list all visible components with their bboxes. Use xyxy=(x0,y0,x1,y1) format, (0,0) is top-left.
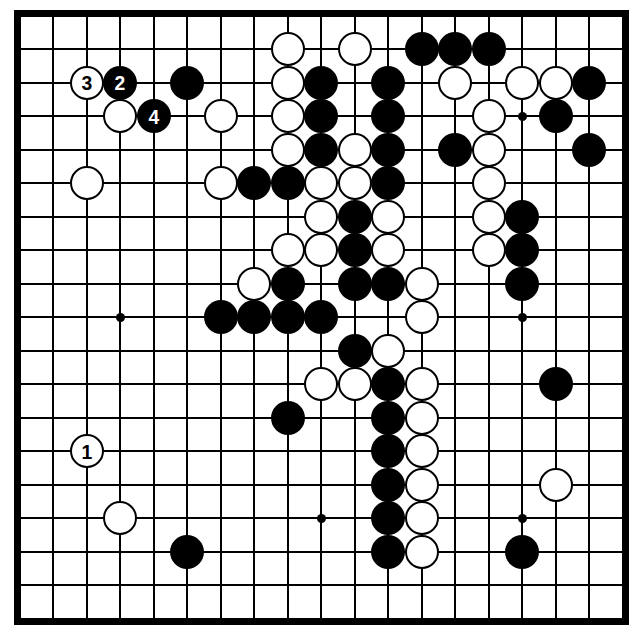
white-stone[interactable] xyxy=(304,166,338,200)
black-stone[interactable] xyxy=(304,99,338,133)
grid-line-vertical xyxy=(622,15,624,620)
black-stone[interactable] xyxy=(371,267,405,301)
black-stone[interactable] xyxy=(438,133,472,167)
white-stone[interactable] xyxy=(103,99,137,133)
white-stone[interactable] xyxy=(271,99,305,133)
black-stone[interactable] xyxy=(304,66,338,100)
white-stone[interactable] xyxy=(271,66,305,100)
grid-line-horizontal xyxy=(19,350,624,352)
white-stone[interactable] xyxy=(405,367,439,401)
go-board[interactable]: 3241 xyxy=(0,0,640,640)
star-point xyxy=(518,313,527,322)
white-stone[interactable] xyxy=(204,166,238,200)
white-stone[interactable]: 1 xyxy=(70,434,104,468)
black-stone[interactable] xyxy=(505,535,539,569)
grid-line-horizontal xyxy=(19,584,624,586)
star-point xyxy=(317,514,326,523)
grid-line-horizontal xyxy=(19,417,624,419)
black-stone[interactable] xyxy=(170,66,204,100)
black-stone[interactable] xyxy=(271,401,305,435)
white-stone[interactable] xyxy=(204,99,238,133)
black-stone[interactable] xyxy=(237,300,271,334)
white-stone[interactable] xyxy=(539,66,573,100)
white-stone[interactable] xyxy=(304,200,338,234)
star-point xyxy=(518,112,527,121)
white-stone[interactable] xyxy=(539,468,573,502)
black-stone[interactable] xyxy=(338,334,372,368)
move-number-label: 2 xyxy=(115,72,126,93)
white-stone[interactable] xyxy=(438,66,472,100)
black-stone[interactable] xyxy=(371,367,405,401)
grid-line-vertical xyxy=(354,15,356,620)
black-stone[interactable] xyxy=(338,200,372,234)
black-stone[interactable] xyxy=(371,501,405,535)
black-stone[interactable] xyxy=(304,133,338,167)
black-stone[interactable] xyxy=(505,267,539,301)
white-stone[interactable] xyxy=(405,401,439,435)
black-stone[interactable]: 4 xyxy=(137,99,171,133)
white-stone[interactable] xyxy=(405,434,439,468)
white-stone[interactable] xyxy=(271,32,305,66)
black-stone[interactable] xyxy=(405,32,439,66)
white-stone[interactable] xyxy=(338,32,372,66)
black-stone[interactable] xyxy=(271,300,305,334)
black-stone[interactable] xyxy=(271,166,305,200)
white-stone[interactable] xyxy=(271,233,305,267)
black-stone[interactable] xyxy=(371,468,405,502)
white-stone[interactable] xyxy=(371,233,405,267)
white-stone[interactable] xyxy=(405,267,439,301)
move-number-label: 4 xyxy=(148,106,159,127)
black-stone[interactable] xyxy=(204,300,238,334)
black-stone[interactable] xyxy=(371,434,405,468)
black-stone[interactable] xyxy=(472,32,506,66)
white-stone[interactable] xyxy=(405,300,439,334)
move-number-label: 1 xyxy=(81,441,92,462)
white-stone[interactable] xyxy=(103,501,137,535)
black-stone[interactable] xyxy=(271,267,305,301)
grid-line-vertical xyxy=(454,15,456,620)
white-stone[interactable] xyxy=(405,501,439,535)
white-stone[interactable] xyxy=(237,267,271,301)
grid-line-vertical xyxy=(588,15,590,620)
black-stone[interactable] xyxy=(572,133,606,167)
grid-line-horizontal xyxy=(19,618,624,620)
move-number-label: 3 xyxy=(81,72,92,93)
white-stone[interactable] xyxy=(405,468,439,502)
go-diagram: 3241 xyxy=(0,0,640,640)
black-stone[interactable] xyxy=(371,99,405,133)
black-stone[interactable] xyxy=(338,267,372,301)
black-stone[interactable] xyxy=(371,535,405,569)
star-point xyxy=(518,514,527,523)
white-stone[interactable] xyxy=(371,200,405,234)
black-stone[interactable] xyxy=(505,233,539,267)
black-stone[interactable] xyxy=(371,166,405,200)
black-stone[interactable] xyxy=(170,535,204,569)
black-stone[interactable] xyxy=(371,401,405,435)
star-point xyxy=(116,313,125,322)
black-stone[interactable] xyxy=(338,233,372,267)
white-stone[interactable] xyxy=(338,166,372,200)
grid-line-horizontal xyxy=(19,450,624,452)
white-stone[interactable] xyxy=(371,334,405,368)
white-stone[interactable] xyxy=(472,166,506,200)
white-stone[interactable] xyxy=(472,233,506,267)
black-stone[interactable] xyxy=(505,200,539,234)
black-stone[interactable] xyxy=(371,133,405,167)
white-stone[interactable] xyxy=(338,367,372,401)
white-stone[interactable] xyxy=(70,166,104,200)
white-stone[interactable] xyxy=(405,535,439,569)
white-stone[interactable] xyxy=(271,133,305,167)
white-stone[interactable]: 3 xyxy=(70,66,104,100)
white-stone[interactable] xyxy=(338,133,372,167)
white-stone[interactable] xyxy=(304,233,338,267)
white-stone[interactable] xyxy=(304,367,338,401)
black-stone[interactable] xyxy=(237,166,271,200)
white-stone[interactable] xyxy=(505,66,539,100)
black-stone[interactable] xyxy=(539,367,573,401)
white-stone[interactable] xyxy=(472,200,506,234)
black-stone[interactable] xyxy=(304,300,338,334)
white-stone[interactable] xyxy=(472,99,506,133)
black-stone[interactable]: 2 xyxy=(103,66,137,100)
grid-line-horizontal xyxy=(19,484,624,486)
black-stone[interactable] xyxy=(539,99,573,133)
black-stone[interactable] xyxy=(438,32,472,66)
black-stone[interactable] xyxy=(572,66,606,100)
white-stone[interactable] xyxy=(472,133,506,167)
black-stone[interactable] xyxy=(371,66,405,100)
